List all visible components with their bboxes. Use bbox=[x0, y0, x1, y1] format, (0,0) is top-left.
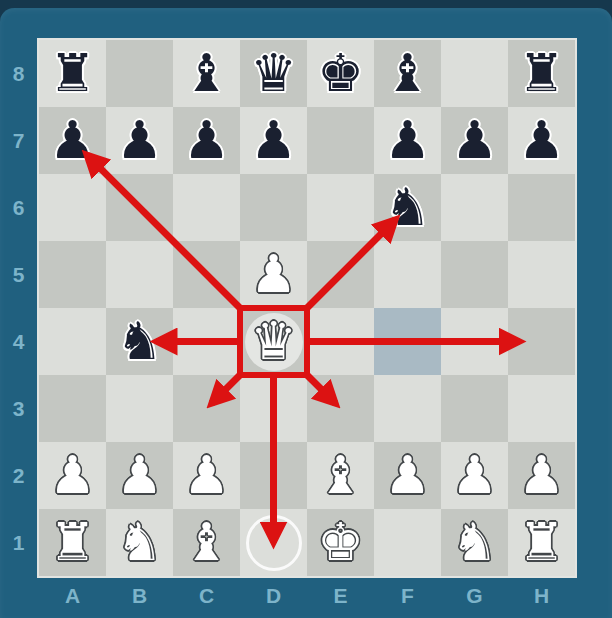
file-label-f: F bbox=[374, 576, 441, 618]
rank-label-2: 2 bbox=[0, 442, 37, 509]
square-a4[interactable] bbox=[39, 308, 106, 375]
file-label-e: E bbox=[307, 576, 374, 618]
chess-board: ♜♝♛♚♝♜♟♟♟♟♟♟♟♞♞♟♛♟♟♟♝♟♟♟♜♞♝♚♞♜ bbox=[37, 38, 577, 578]
square-e4[interactable] bbox=[307, 308, 374, 375]
square-a6[interactable] bbox=[39, 174, 106, 241]
square-h2[interactable] bbox=[508, 442, 575, 509]
square-f7[interactable] bbox=[374, 107, 441, 174]
square-h3[interactable] bbox=[508, 375, 575, 442]
square-c8[interactable] bbox=[173, 40, 240, 107]
square-b4[interactable] bbox=[106, 308, 173, 375]
file-label-a: A bbox=[39, 576, 106, 618]
square-f1[interactable] bbox=[374, 509, 441, 576]
board-grid bbox=[39, 40, 575, 576]
square-h5[interactable] bbox=[508, 241, 575, 308]
square-e1[interactable] bbox=[307, 509, 374, 576]
square-a3[interactable] bbox=[39, 375, 106, 442]
file-label-h: H bbox=[508, 576, 575, 618]
square-b7[interactable] bbox=[106, 107, 173, 174]
square-a2[interactable] bbox=[39, 442, 106, 509]
square-b5[interactable] bbox=[106, 241, 173, 308]
square-f6[interactable] bbox=[374, 174, 441, 241]
square-h6[interactable] bbox=[508, 174, 575, 241]
square-c5[interactable] bbox=[173, 241, 240, 308]
rank-label-4: 4 bbox=[0, 308, 37, 375]
square-a8[interactable] bbox=[39, 40, 106, 107]
square-g7[interactable] bbox=[441, 107, 508, 174]
square-b1[interactable] bbox=[106, 509, 173, 576]
square-a5[interactable] bbox=[39, 241, 106, 308]
file-label-b: B bbox=[106, 576, 173, 618]
square-f3[interactable] bbox=[374, 375, 441, 442]
square-h8[interactable] bbox=[508, 40, 575, 107]
square-e7[interactable] bbox=[307, 107, 374, 174]
square-g2[interactable] bbox=[441, 442, 508, 509]
square-g6[interactable] bbox=[441, 174, 508, 241]
rank-label-3: 3 bbox=[0, 375, 37, 442]
file-label-g: G bbox=[441, 576, 508, 618]
square-d8[interactable] bbox=[240, 40, 307, 107]
square-c3[interactable] bbox=[173, 375, 240, 442]
square-e8[interactable] bbox=[307, 40, 374, 107]
square-b8[interactable] bbox=[106, 40, 173, 107]
square-d5[interactable] bbox=[240, 241, 307, 308]
square-f5[interactable] bbox=[374, 241, 441, 308]
square-e2[interactable] bbox=[307, 442, 374, 509]
rank-label-5: 5 bbox=[0, 241, 37, 308]
square-d3[interactable] bbox=[240, 375, 307, 442]
square-g5[interactable] bbox=[441, 241, 508, 308]
square-b3[interactable] bbox=[106, 375, 173, 442]
file-labels: ABCDEFGH bbox=[39, 576, 575, 618]
square-c6[interactable] bbox=[173, 174, 240, 241]
square-c1[interactable] bbox=[173, 509, 240, 576]
rank-labels: 87654321 bbox=[0, 40, 37, 576]
square-c7[interactable] bbox=[173, 107, 240, 174]
square-h7[interactable] bbox=[508, 107, 575, 174]
square-a7[interactable] bbox=[39, 107, 106, 174]
square-d7[interactable] bbox=[240, 107, 307, 174]
square-e6[interactable] bbox=[307, 174, 374, 241]
square-d2[interactable] bbox=[240, 442, 307, 509]
square-g4[interactable] bbox=[441, 308, 508, 375]
square-h1[interactable] bbox=[508, 509, 575, 576]
square-e5[interactable] bbox=[307, 241, 374, 308]
square-h4[interactable] bbox=[508, 308, 575, 375]
rank-label-8: 8 bbox=[0, 40, 37, 107]
chess-app-screenshot: 87654321 ABCDEFGH ♜♝♛♚♝♜♟♟♟♟♟♟♟♞♞♟♛♟♟♟♝♟… bbox=[0, 0, 612, 618]
square-a1[interactable] bbox=[39, 509, 106, 576]
square-g8[interactable] bbox=[441, 40, 508, 107]
square-f8[interactable] bbox=[374, 40, 441, 107]
square-c2[interactable] bbox=[173, 442, 240, 509]
square-f4[interactable] bbox=[374, 308, 441, 375]
square-c4[interactable] bbox=[173, 308, 240, 375]
file-label-d: D bbox=[240, 576, 307, 618]
square-b2[interactable] bbox=[106, 442, 173, 509]
rank-label-6: 6 bbox=[0, 174, 37, 241]
square-f2[interactable] bbox=[374, 442, 441, 509]
square-g1[interactable] bbox=[441, 509, 508, 576]
rank-label-7: 7 bbox=[0, 107, 37, 174]
square-b6[interactable] bbox=[106, 174, 173, 241]
square-d6[interactable] bbox=[240, 174, 307, 241]
square-g3[interactable] bbox=[441, 375, 508, 442]
file-label-c: C bbox=[173, 576, 240, 618]
square-e3[interactable] bbox=[307, 375, 374, 442]
square-d1[interactable] bbox=[240, 509, 307, 576]
square-d4[interactable] bbox=[240, 308, 307, 375]
rank-label-1: 1 bbox=[0, 509, 37, 576]
